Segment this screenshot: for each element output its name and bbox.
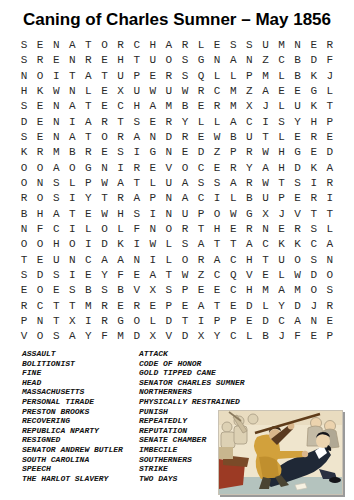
grid-cell: O bbox=[96, 222, 112, 237]
grid-cell: C bbox=[209, 84, 225, 99]
grid-cell: U bbox=[257, 191, 273, 206]
grid-cell: P bbox=[322, 115, 338, 130]
grid-cell: R bbox=[225, 161, 241, 176]
word-item: PRESTON BROOKS bbox=[22, 407, 139, 417]
grid-cell: K bbox=[306, 161, 322, 176]
grid-cell: N bbox=[241, 53, 257, 68]
grid-cell: A bbox=[64, 130, 80, 145]
grid-cell: N bbox=[48, 99, 64, 114]
grid-cell: W bbox=[145, 84, 161, 99]
grid-cell: I bbox=[322, 191, 338, 206]
grid-cell: R bbox=[96, 314, 112, 329]
grid-cell: I bbox=[209, 191, 225, 206]
grid-cell: E bbox=[145, 299, 161, 314]
grid-cell: S bbox=[177, 69, 193, 84]
grid-cell: L bbox=[274, 268, 290, 283]
grid-cell: O bbox=[322, 268, 338, 283]
grid-cell: M bbox=[225, 99, 241, 114]
grid-cell: B bbox=[241, 191, 257, 206]
grid-cell: Y bbox=[96, 268, 112, 283]
grid-cell: S bbox=[241, 38, 257, 53]
grid-cell: G bbox=[241, 207, 257, 222]
grid-cell: E bbox=[290, 84, 306, 99]
grid-cell: O bbox=[32, 161, 48, 176]
grid-cell: B bbox=[225, 130, 241, 145]
grid-cell: I bbox=[80, 314, 96, 329]
grid-cell: R bbox=[177, 222, 193, 237]
grid-cell: S bbox=[48, 268, 64, 283]
grid-cell: S bbox=[129, 207, 145, 222]
grid-cell: W bbox=[209, 130, 225, 145]
grid-cell: T bbox=[257, 253, 273, 268]
grid-cell: E bbox=[145, 115, 161, 130]
grid-cell: H bbox=[145, 38, 161, 53]
grid-cell: T bbox=[193, 222, 209, 237]
grid-cell: L bbox=[241, 329, 257, 344]
grid-cell: U bbox=[257, 38, 273, 53]
grid-cell: J bbox=[306, 299, 322, 314]
grid-cell: N bbox=[32, 176, 48, 191]
grid-cell: V bbox=[290, 207, 306, 222]
grid-cell: H bbox=[16, 84, 32, 99]
grid-cell: H bbox=[48, 237, 64, 252]
grid-cell: I bbox=[129, 145, 145, 160]
grid-cell: W bbox=[257, 145, 273, 160]
grid-cell: Y bbox=[274, 299, 290, 314]
grid-cell: E bbox=[290, 130, 306, 145]
grid-cell: S bbox=[306, 222, 322, 237]
grid-cell: H bbox=[274, 145, 290, 160]
grid-cell: E bbox=[225, 222, 241, 237]
grid-cell: A bbox=[113, 253, 129, 268]
grid-cell: E bbox=[241, 314, 257, 329]
grid-cell: E bbox=[274, 222, 290, 237]
grid-cell: C bbox=[193, 161, 209, 176]
grid-cell: N bbox=[257, 222, 273, 237]
grid-cell: P bbox=[145, 191, 161, 206]
grid-cell: N bbox=[129, 253, 145, 268]
grid-cell: T bbox=[96, 191, 112, 206]
word-item: PERSONAL TIRADE bbox=[22, 397, 139, 407]
grid-cell: E bbox=[274, 84, 290, 99]
grid-cell: R bbox=[113, 191, 129, 206]
grid-cell: H bbox=[129, 99, 145, 114]
grid-cell: D bbox=[290, 161, 306, 176]
grid-cell: R bbox=[241, 145, 257, 160]
grid-cell: K bbox=[290, 237, 306, 252]
grid-cell: A bbox=[129, 130, 145, 145]
grid-cell: E bbox=[48, 283, 64, 298]
grid-cell: L bbox=[257, 299, 273, 314]
grid-cell: K bbox=[306, 99, 322, 114]
grid-cell: T bbox=[177, 314, 193, 329]
grid-cell: H bbox=[113, 207, 129, 222]
grid-cell: M bbox=[161, 99, 177, 114]
grid-cell: T bbox=[16, 253, 32, 268]
grid-cell: O bbox=[177, 253, 193, 268]
grid-cell: L bbox=[274, 130, 290, 145]
word-item: THE HARLOT SLAVERY bbox=[22, 474, 139, 484]
grid-cell: N bbox=[290, 38, 306, 53]
grid-cell: E bbox=[96, 99, 112, 114]
grid-cell: D bbox=[290, 299, 306, 314]
grid-cell: X bbox=[145, 283, 161, 298]
grid-cell: N bbox=[64, 253, 80, 268]
grid-cell: A bbox=[145, 268, 161, 283]
grid-cell: D bbox=[257, 314, 273, 329]
grid-cell: R bbox=[306, 191, 322, 206]
grid-cell: B bbox=[80, 283, 96, 298]
grid-cell: A bbox=[257, 161, 273, 176]
word-item: SENATOR ANDREW BUTLER bbox=[22, 445, 139, 455]
grid-cell: H bbox=[241, 253, 257, 268]
grid-cell: A bbox=[80, 115, 96, 130]
grid-cell: L bbox=[161, 237, 177, 252]
grid-cell: S bbox=[129, 115, 145, 130]
grid-cell: C bbox=[274, 314, 290, 329]
grid-cell: S bbox=[193, 176, 209, 191]
grid-cell: H bbox=[274, 161, 290, 176]
grid-cell: A bbox=[161, 38, 177, 53]
grid-cell: E bbox=[145, 161, 161, 176]
grid-cell: I bbox=[64, 222, 80, 237]
grid-cell: Z bbox=[209, 145, 225, 160]
grid-cell: E bbox=[113, 299, 129, 314]
grid-cell: R bbox=[16, 299, 32, 314]
grid-cell: D bbox=[96, 237, 112, 252]
grid-cell: V bbox=[129, 283, 145, 298]
grid-cell: A bbox=[177, 176, 193, 191]
wordsearch-grid: SENATORCHARLESSUMNERSRENREHTUOSGNANZCBDF… bbox=[16, 38, 338, 345]
grid-cell: B bbox=[290, 53, 306, 68]
grid-cell: A bbox=[290, 314, 306, 329]
grid-cell: I bbox=[80, 237, 96, 252]
grid-cell: L bbox=[322, 222, 338, 237]
grid-cell: C bbox=[274, 53, 290, 68]
grid-cell: D bbox=[161, 314, 177, 329]
page-title: Caning of Charles Sumner – May 1856 bbox=[0, 10, 354, 30]
grid-cell: E bbox=[193, 283, 209, 298]
grid-cell: L bbox=[322, 84, 338, 99]
grid-cell: A bbox=[241, 237, 257, 252]
grid-cell: X bbox=[64, 314, 80, 329]
word-item: NORTHERNERS bbox=[139, 387, 269, 397]
grid-cell: M bbox=[225, 84, 241, 99]
grid-cell: S bbox=[161, 283, 177, 298]
grid-cell: S bbox=[48, 191, 64, 206]
grid-cell: N bbox=[145, 222, 161, 237]
grid-cell: N bbox=[145, 130, 161, 145]
grid-cell: R bbox=[290, 222, 306, 237]
grid-cell: T bbox=[48, 299, 64, 314]
grid-cell: C bbox=[32, 299, 48, 314]
grid-cell: T bbox=[64, 299, 80, 314]
grid-cell: P bbox=[16, 314, 32, 329]
grid-cell: R bbox=[96, 115, 112, 130]
grid-cell: C bbox=[306, 237, 322, 252]
grid-cell: O bbox=[161, 53, 177, 68]
grid-cell: T bbox=[64, 207, 80, 222]
grid-cell: E bbox=[306, 145, 322, 160]
grid-cell: E bbox=[177, 145, 193, 160]
grid-cell: S bbox=[16, 38, 32, 53]
grid-cell: A bbox=[322, 237, 338, 252]
grid-cell: W bbox=[290, 268, 306, 283]
grid-cell: P bbox=[129, 69, 145, 84]
grid-cell: L bbox=[193, 115, 209, 130]
grid-cell: P bbox=[177, 283, 193, 298]
grid-cell: M bbox=[80, 299, 96, 314]
grid-cell: C bbox=[225, 283, 241, 298]
grid-cell: B bbox=[113, 283, 129, 298]
grid-cell: G bbox=[193, 53, 209, 68]
grid-cell: N bbox=[161, 191, 177, 206]
grid-cell: G bbox=[113, 314, 129, 329]
grid-cell: T bbox=[274, 176, 290, 191]
grid-cell: E bbox=[306, 329, 322, 344]
grid-cell: S bbox=[322, 283, 338, 298]
grid-cell: R bbox=[32, 53, 48, 68]
grid-cell: J bbox=[322, 69, 338, 84]
grid-cell: O bbox=[32, 329, 48, 344]
grid-cell: P bbox=[322, 329, 338, 344]
grid-cell: T bbox=[306, 207, 322, 222]
grid-cell: T bbox=[113, 115, 129, 130]
grid-cell: M bbox=[113, 329, 129, 344]
grid-cell: R bbox=[193, 253, 209, 268]
grid-cell: N bbox=[48, 115, 64, 130]
grid-cell: U bbox=[161, 176, 177, 191]
grid-cell: X bbox=[241, 99, 257, 114]
grid-cell: E bbox=[48, 53, 64, 68]
grid-cell: Z bbox=[241, 84, 257, 99]
grid-cell: A bbox=[209, 253, 225, 268]
grid-cell: E bbox=[145, 69, 161, 84]
grid-cell: U bbox=[129, 84, 145, 99]
grid-cell: Y bbox=[80, 191, 96, 206]
grid-cell: U bbox=[113, 69, 129, 84]
grid-cell: Y bbox=[80, 329, 96, 344]
grid-cell: E bbox=[209, 283, 225, 298]
grid-cell: D bbox=[177, 329, 193, 344]
grid-cell: J bbox=[274, 207, 290, 222]
grid-cell: O bbox=[161, 222, 177, 237]
grid-cell: E bbox=[129, 268, 145, 283]
grid-cell: C bbox=[257, 237, 273, 252]
grid-cell: M bbox=[257, 283, 273, 298]
word-item: MASSACHUSETTS bbox=[22, 387, 139, 397]
grid-cell: E bbox=[225, 299, 241, 314]
grid-cell: M bbox=[257, 69, 273, 84]
grid-cell: O bbox=[16, 237, 32, 252]
grid-cell: E bbox=[80, 268, 96, 283]
grid-cell: C bbox=[241, 115, 257, 130]
grid-cell: R bbox=[306, 130, 322, 145]
grid-cell: I bbox=[145, 207, 161, 222]
grid-cell: T bbox=[96, 69, 112, 84]
grid-cell: D bbox=[241, 299, 257, 314]
grid-cell: L bbox=[209, 69, 225, 84]
grid-cell: P bbox=[209, 314, 225, 329]
grid-cell: E bbox=[290, 191, 306, 206]
grid-cell: S bbox=[48, 329, 64, 344]
grid-cell: C bbox=[129, 38, 145, 53]
grid-cell: P bbox=[161, 299, 177, 314]
word-item: SPEECH bbox=[22, 464, 139, 474]
grid-cell: T bbox=[48, 314, 64, 329]
grid-cell: N bbox=[48, 38, 64, 53]
word-item: ASSAULT bbox=[22, 349, 139, 359]
word-item: BOLITIONIST bbox=[22, 359, 139, 369]
grid-cell: H bbox=[209, 222, 225, 237]
grid-cell: H bbox=[32, 207, 48, 222]
grid-cell: C bbox=[113, 99, 129, 114]
grid-cell: E bbox=[257, 268, 273, 283]
grid-cell: T bbox=[161, 268, 177, 283]
grid-cell: A bbox=[64, 99, 80, 114]
grid-cell: S bbox=[209, 176, 225, 191]
grid-cell: R bbox=[193, 84, 209, 99]
grid-cell: A bbox=[80, 69, 96, 84]
grid-cell: N bbox=[64, 53, 80, 68]
grid-cell: O bbox=[96, 130, 112, 145]
grid-cell: Y bbox=[241, 161, 257, 176]
grid-cell: R bbox=[209, 99, 225, 114]
grid-cell: A bbox=[177, 191, 193, 206]
grid-cell: S bbox=[290, 176, 306, 191]
grid-cell: E bbox=[209, 38, 225, 53]
grid-cell: D bbox=[32, 268, 48, 283]
grid-cell: T bbox=[209, 237, 225, 252]
grid-cell: E bbox=[32, 130, 48, 145]
grid-cell: S bbox=[16, 53, 32, 68]
grid-cell: E bbox=[96, 145, 112, 160]
grid-cell: A bbox=[96, 253, 112, 268]
grid-cell: A bbox=[257, 84, 273, 99]
grid-cell: L bbox=[225, 191, 241, 206]
word-item: RESIGNED bbox=[22, 435, 139, 445]
grid-cell: C bbox=[225, 253, 241, 268]
grid-cell: W bbox=[177, 84, 193, 99]
grid-cell: A bbox=[113, 176, 129, 191]
grid-cell: S bbox=[16, 268, 32, 283]
grid-cell: R bbox=[322, 38, 338, 53]
grid-cell: O bbox=[96, 38, 112, 53]
grid-cell: E bbox=[177, 299, 193, 314]
grid-cell: A bbox=[145, 99, 161, 114]
grid-cell: I bbox=[113, 161, 129, 176]
grid-cell: H bbox=[241, 283, 257, 298]
grid-cell: A bbox=[225, 176, 241, 191]
grid-cell: O bbox=[290, 253, 306, 268]
grid-cell: E bbox=[322, 314, 338, 329]
grid-cell: O bbox=[209, 207, 225, 222]
grid-cell: I bbox=[193, 314, 209, 329]
grid-cell: N bbox=[16, 222, 32, 237]
grid-cell: B bbox=[257, 329, 273, 344]
grid-cell: Q bbox=[225, 268, 241, 283]
grid-cell: I bbox=[64, 268, 80, 283]
word-item: RECOVERING bbox=[22, 416, 139, 426]
grid-cell: R bbox=[129, 161, 145, 176]
grid-cell: X bbox=[113, 84, 129, 99]
grid-cell: L bbox=[145, 314, 161, 329]
grid-cell: L bbox=[225, 69, 241, 84]
grid-cell: F bbox=[129, 222, 145, 237]
word-list-left-column: ASSAULTBOLITIONISTFINEHEADMASSACHUSETTSP… bbox=[22, 349, 139, 483]
grid-cell: L bbox=[80, 84, 96, 99]
grid-cell: T bbox=[80, 130, 96, 145]
grid-cell: S bbox=[113, 145, 129, 160]
caning-cartoon-image bbox=[218, 410, 343, 495]
grid-cell: C bbox=[209, 268, 225, 283]
grid-cell: O bbox=[32, 191, 48, 206]
grid-cell: S bbox=[16, 99, 32, 114]
grid-cell: U bbox=[161, 84, 177, 99]
grid-cell: A bbox=[322, 161, 338, 176]
grid-cell: R bbox=[80, 145, 96, 160]
grid-cell: L bbox=[80, 222, 96, 237]
grid-cell: N bbox=[161, 145, 177, 160]
grid-cell: A bbox=[225, 115, 241, 130]
grid-cell: L bbox=[209, 115, 225, 130]
grid-cell: J bbox=[257, 99, 273, 114]
grid-cell: T bbox=[257, 130, 273, 145]
grid-cell: S bbox=[64, 283, 80, 298]
grid-cell: W bbox=[96, 207, 112, 222]
grid-cell: P bbox=[225, 314, 241, 329]
grid-cell: C bbox=[80, 253, 96, 268]
grid-cell: Q bbox=[193, 69, 209, 84]
grid-cell: R bbox=[322, 176, 338, 191]
grid-cell: A bbox=[225, 53, 241, 68]
grid-cell: T bbox=[80, 38, 96, 53]
grid-cell: X bbox=[257, 207, 273, 222]
grid-cell: S bbox=[16, 130, 32, 145]
grid-cell: O bbox=[306, 283, 322, 298]
grid-cell: A bbox=[48, 161, 64, 176]
grid-cell: S bbox=[274, 115, 290, 130]
grid-cell: L bbox=[145, 176, 161, 191]
grid-cell: E bbox=[32, 253, 48, 268]
grid-cell: P bbox=[225, 145, 241, 160]
grid-cell: L bbox=[161, 253, 177, 268]
grid-cell: F bbox=[32, 222, 48, 237]
grid-cell: V bbox=[241, 268, 257, 283]
grid-cell: N bbox=[306, 314, 322, 329]
grid-cell: S bbox=[306, 253, 322, 268]
grid-cell: I bbox=[257, 115, 273, 130]
grid-cell: P bbox=[193, 207, 209, 222]
grid-cell: R bbox=[322, 299, 338, 314]
word-item: PHYSICALLY RESTRAINED bbox=[139, 397, 269, 407]
grid-cell: E bbox=[32, 115, 48, 130]
grid-cell: N bbox=[209, 53, 225, 68]
grid-cell: Y bbox=[290, 115, 306, 130]
grid-cell: N bbox=[161, 207, 177, 222]
word-item: REPUBLICA NPARTY bbox=[22, 426, 139, 436]
grid-cell: X bbox=[145, 329, 161, 344]
grid-cell: J bbox=[274, 329, 290, 344]
grid-cell: E bbox=[306, 38, 322, 53]
grid-cell: V bbox=[161, 329, 177, 344]
grid-cell: U bbox=[177, 207, 193, 222]
grid-cell: U bbox=[290, 99, 306, 114]
grid-cell: T bbox=[209, 299, 225, 314]
grid-cell: B bbox=[177, 99, 193, 114]
grid-cell: B bbox=[64, 145, 80, 160]
grid-cell: A bbox=[193, 299, 209, 314]
